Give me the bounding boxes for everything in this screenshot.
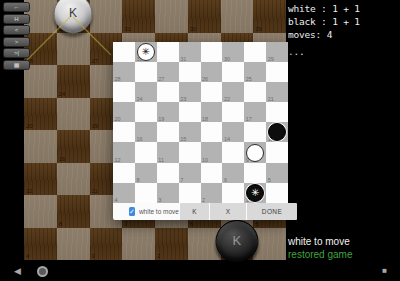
- light-square: [57, 98, 90, 131]
- square-number: 6: [190, 221, 193, 227]
- square-29: 29: [253, 0, 286, 33]
- square-number: 3: [92, 253, 95, 259]
- square-7[interactable]: 7: [179, 163, 201, 183]
- square-19[interactable]: 19: [157, 102, 179, 122]
- black-count-text: black : 1 + 1: [288, 15, 360, 28]
- square-number: 4: [26, 253, 29, 259]
- square-25[interactable]: 25: [244, 62, 266, 82]
- light-square[interactable]: [157, 163, 179, 183]
- square-20[interactable]: 20: [113, 102, 135, 122]
- info-panel: white : 1 + 1 black : 1 + 1 moves: 4 ...…: [286, 0, 400, 262]
- square-22[interactable]: 22: [222, 82, 244, 102]
- light-square[interactable]: [135, 62, 157, 82]
- square-31[interactable]: 31: [179, 42, 201, 62]
- king-mark-icon: K: [69, 6, 77, 20]
- king-mark-icon: ✳: [251, 188, 259, 198]
- light-square[interactable]: [113, 42, 135, 62]
- square-27[interactable]: 27: [157, 62, 179, 82]
- light-square[interactable]: [201, 163, 223, 183]
- square-6[interactable]: 6: [222, 163, 244, 183]
- light-square[interactable]: [113, 82, 135, 102]
- light-square: [90, 0, 123, 33]
- square-11[interactable]: 11: [157, 142, 179, 162]
- setup-board: 3231302928272625242322212019181716151413…: [113, 42, 288, 203]
- nav-recents-icon[interactable]: ■: [382, 266, 387, 276]
- light-square[interactable]: [266, 102, 288, 122]
- black-king-piece: K: [215, 220, 258, 263]
- square-number: 19: [92, 123, 99, 129]
- light-square[interactable]: [201, 82, 223, 102]
- grid-icon: ▦: [14, 62, 20, 68]
- done-button[interactable]: DONE: [247, 203, 297, 220]
- square-number: 16: [59, 156, 66, 162]
- next-icon: >: [15, 39, 19, 45]
- nav-back-icon[interactable]: ◀: [14, 266, 21, 276]
- hint-button[interactable]: H: [3, 14, 30, 24]
- board-setup-dialog: 3231302928272625242322212019181716151413…: [113, 42, 288, 220]
- light-square[interactable]: [179, 183, 201, 203]
- checkbox-label: white to move: [139, 208, 179, 215]
- square-8[interactable]: 8: [135, 163, 157, 183]
- square-24: 24: [57, 65, 90, 98]
- light-square: [24, 65, 57, 98]
- light-square[interactable]: [244, 163, 266, 183]
- white-man-piece[interactable]: [246, 144, 264, 162]
- light-square: [57, 163, 90, 196]
- square-number: 8: [59, 221, 62, 227]
- square-15[interactable]: 15: [179, 122, 201, 142]
- square-3: 3: [90, 228, 123, 261]
- prev-icon: <: [15, 27, 19, 33]
- square-number: 27: [92, 58, 99, 64]
- square-20: 20: [24, 98, 57, 131]
- square-28[interactable]: 28: [113, 62, 135, 82]
- square-4[interactable]: 4: [113, 183, 135, 203]
- king-mark-icon: ✳: [142, 47, 150, 57]
- skip-to-end-icon: >|: [14, 50, 19, 56]
- square-number: 5: [255, 221, 258, 227]
- square-17[interactable]: 17: [244, 102, 266, 122]
- light-square: [221, 0, 254, 33]
- light-square[interactable]: [222, 102, 244, 122]
- dialog-bottom-bar: ✓ white to move K X DONE: [113, 203, 288, 220]
- light-square: [155, 0, 188, 33]
- square-3[interactable]: 3: [157, 183, 179, 203]
- restored-game-text: restored game: [288, 249, 352, 260]
- last-move-button[interactable]: >|: [3, 48, 30, 58]
- square-2: 2: [155, 228, 188, 261]
- square-number: 12: [26, 188, 33, 194]
- square-18[interactable]: 18: [201, 102, 223, 122]
- square-number: 31: [124, 26, 131, 32]
- light-square: [122, 228, 155, 261]
- clear-board-button[interactable]: X: [210, 203, 246, 220]
- light-square[interactable]: [222, 183, 244, 203]
- square-number: 30: [190, 26, 197, 32]
- square-21[interactable]: 21: [266, 82, 288, 102]
- square-26[interactable]: 26: [201, 62, 223, 82]
- square-number: 2: [157, 253, 160, 259]
- light-square[interactable]: [266, 183, 288, 203]
- king-toggle-button[interactable]: K: [180, 203, 209, 220]
- square-30: 30: [188, 0, 221, 33]
- android-nav-bar: ◀ ■: [0, 262, 400, 281]
- light-square[interactable]: [113, 163, 135, 183]
- square-30[interactable]: 30: [222, 42, 244, 62]
- square-16: 16: [57, 130, 90, 163]
- light-square[interactable]: [113, 122, 135, 142]
- left-toolbar: ← H < > >| ▦: [3, 2, 30, 70]
- light-square[interactable]: [244, 42, 266, 62]
- white-king-piece[interactable]: ✳: [137, 43, 155, 61]
- hint-icon: H: [14, 16, 18, 22]
- light-square[interactable]: [244, 122, 266, 142]
- light-square: [57, 228, 90, 261]
- prev-move-button[interactable]: <: [3, 25, 30, 35]
- square-12[interactable]: 12: [113, 142, 135, 162]
- check-icon: ✓: [129, 207, 135, 216]
- next-move-button[interactable]: >: [3, 37, 30, 47]
- white-to-move-checkbox[interactable]: ✓: [129, 207, 135, 216]
- square-number: 7: [124, 221, 127, 227]
- light-square[interactable]: [179, 62, 201, 82]
- square-2[interactable]: 2: [201, 183, 223, 203]
- light-square[interactable]: [266, 142, 288, 162]
- black-king-piece[interactable]: ✳: [246, 184, 264, 202]
- light-square: [24, 130, 57, 163]
- square-16[interactable]: 16: [135, 122, 157, 142]
- square-31: 31: [122, 0, 155, 33]
- light-square[interactable]: [135, 102, 157, 122]
- board-editor-button[interactable]: ▦: [3, 60, 30, 70]
- square-number: 11: [92, 188, 98, 194]
- light-square[interactable]: [157, 122, 179, 142]
- turn-status-text: white to move: [288, 236, 350, 247]
- nav-home-icon[interactable]: [37, 266, 48, 277]
- light-square[interactable]: [266, 62, 288, 82]
- square-5[interactable]: 5: [266, 163, 288, 183]
- light-square[interactable]: [157, 42, 179, 62]
- light-square[interactable]: [135, 183, 157, 203]
- dialog-buttons: K X DONE: [179, 203, 297, 220]
- back-arrow-icon: ←: [14, 4, 20, 10]
- light-square[interactable]: [201, 122, 223, 142]
- square-29[interactable]: 29: [266, 42, 288, 62]
- square-number: 24: [59, 91, 66, 97]
- light-square[interactable]: [201, 42, 223, 62]
- moves-count-text: moves: 4: [288, 28, 332, 41]
- black-man-piece[interactable]: [268, 123, 286, 141]
- square-12: 12: [24, 163, 57, 196]
- square-23[interactable]: 23: [179, 82, 201, 102]
- light-square[interactable]: [179, 102, 201, 122]
- square-8: 8: [57, 195, 90, 228]
- ellipsis-text: ...: [288, 45, 305, 58]
- square-14[interactable]: 14: [222, 122, 244, 142]
- king-mark-icon: K: [233, 233, 242, 248]
- light-square[interactable]: [222, 62, 244, 82]
- light-square[interactable]: [157, 82, 179, 102]
- white-count-text: white : 1 + 1: [288, 2, 360, 15]
- light-square[interactable]: [179, 142, 201, 162]
- back-button[interactable]: ←: [3, 2, 30, 12]
- app-screen: 3231302928272625242322212019181716151413…: [0, 0, 400, 281]
- square-4: 4: [24, 228, 57, 261]
- light-square[interactable]: [135, 142, 157, 162]
- light-square: [24, 195, 57, 228]
- light-square: [57, 33, 90, 66]
- square-24[interactable]: 24: [135, 82, 157, 102]
- light-square[interactable]: [222, 142, 244, 162]
- square-number: 20: [26, 123, 33, 129]
- square-number: 29: [255, 26, 262, 32]
- light-square[interactable]: [244, 82, 266, 102]
- square-10[interactable]: 10: [201, 142, 223, 162]
